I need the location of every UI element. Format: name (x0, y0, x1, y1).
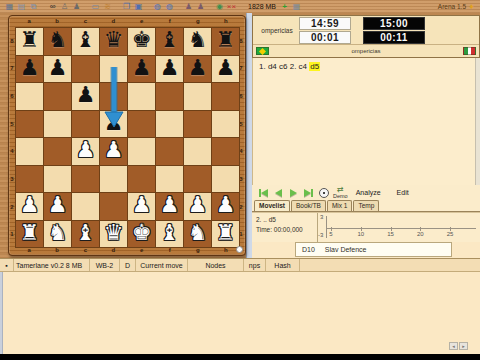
black-rook[interactable]: ♜ (20, 29, 40, 51)
black-pawn[interactable]: ♟ (188, 57, 208, 79)
black-pawn[interactable]: ♟ (76, 84, 96, 106)
square-a3[interactable] (16, 166, 43, 193)
square-e6[interactable] (128, 83, 155, 110)
square-g3[interactable] (184, 166, 211, 193)
white-queen[interactable]: ♛ (104, 222, 124, 244)
grid-icon[interactable]: ▦ (291, 1, 302, 12)
nps-column: nps (244, 259, 266, 271)
opening-eco: D10 (302, 246, 315, 253)
black-clock: 15:00 00:11 (363, 17, 425, 44)
person2-icon[interactable]: ♟ (195, 1, 206, 12)
engine-scrollbar: ◂ ▸ (449, 342, 468, 350)
square-a7[interactable]: ♟ (16, 56, 43, 83)
status-box: 2. .. d5 Time: 00:00,000 (252, 213, 318, 242)
board-squares: ♜♞♝♛♚♝♞♜♟♟♟♟♟♟♟♟♟♟♟♟♟♟♟♟♜♞♝♛♚♝♞♜ (15, 27, 240, 248)
white-pawn[interactable]: ♟ (20, 194, 40, 216)
square-f6[interactable] (156, 83, 183, 110)
clock-icon[interactable] (319, 188, 329, 198)
hash-column: Hash (266, 259, 300, 271)
white-pawn[interactable]: ♟ (104, 139, 124, 161)
goto-end-button[interactable] (301, 187, 315, 199)
back-button[interactable] (271, 187, 285, 199)
tab-book-tb[interactable]: Book/TB (291, 200, 326, 211)
white-rook[interactable]: ♜ (20, 222, 40, 244)
square-g8[interactable]: ♞ (184, 28, 211, 55)
square-e3[interactable] (128, 166, 155, 193)
brazil-flag-icon (256, 47, 269, 55)
square-b6[interactable] (44, 83, 71, 110)
square-a6[interactable] (16, 83, 43, 110)
square-h6[interactable] (212, 83, 239, 110)
white-knight[interactable]: ♞ (188, 222, 208, 244)
square-g5[interactable] (184, 111, 211, 138)
white-caption: ompericias (272, 48, 460, 54)
chess-board: abcdefgh abcdefgh 87654321 87654321 ♜♞♝♛… (8, 15, 246, 256)
opening-name: Slav Defence (325, 246, 367, 253)
square-d5[interactable]: ♟ (100, 111, 127, 138)
square-e7[interactable]: ♟ (128, 56, 155, 83)
white-rook[interactable]: ♜ (216, 222, 236, 244)
white-piece-icon[interactable]: ♙ (59, 1, 70, 12)
square-d2[interactable] (100, 193, 127, 220)
coord-label: c (71, 17, 99, 26)
scroll-right-icon[interactable]: ▸ (459, 342, 468, 350)
goto-start-button[interactable] (256, 187, 270, 199)
square-f7[interactable]: ♟ (156, 56, 183, 83)
coords-top: abcdefgh (15, 17, 240, 26)
white-clock-secondary: 00:01 (299, 31, 351, 44)
toolbar: ▦▤⧉∞♙♟▭≋❐▣◍◍♟♟◉×× 1828 MB + ▦ Arena 1.5 … (0, 0, 480, 13)
engine-name-column: Tamerlane v0.2 8 MB (14, 259, 90, 271)
square-b7[interactable]: ♟ (44, 56, 71, 83)
square-c7[interactable] (72, 56, 99, 83)
white-clock-main: 14:59 (299, 17, 351, 30)
red-mark-icon[interactable]: ×× (226, 1, 237, 12)
white-pawn[interactable]: ♟ (160, 194, 180, 216)
levels-icon[interactable]: ≋ (102, 1, 113, 12)
black-bishop[interactable]: ♝ (76, 29, 96, 51)
coord-label: h (212, 17, 240, 26)
coord-label: d (99, 17, 127, 26)
tabs-row: Movelist Book/TB Mix 1 Temp (252, 200, 480, 212)
demo-button[interactable]: ⇄ Demo (333, 186, 348, 200)
right-panel: ompericias 14:59 00:01 15:00 00:11 Tamer… (252, 15, 480, 258)
monitor-icon[interactable]: ▭ (90, 1, 101, 12)
white-king[interactable]: ♚ (132, 222, 152, 244)
square-e1[interactable]: ♚ (128, 221, 155, 248)
white-knight[interactable]: ♞ (48, 222, 68, 244)
square-h8[interactable]: ♜ (212, 28, 239, 55)
nodes-column: Nodes (188, 259, 244, 271)
white-to-move-indicator (236, 246, 243, 253)
status-move: 2. .. d5 (256, 215, 317, 225)
black-pawn[interactable]: ♟ (20, 57, 40, 79)
black-pawn[interactable]: ♟ (160, 57, 180, 79)
current-move-column: Current move (136, 259, 188, 271)
square-g1[interactable]: ♞ (184, 221, 211, 248)
coord-label: e (128, 17, 156, 26)
black-king[interactable]: ♚ (132, 29, 152, 51)
square-d3[interactable] (100, 166, 127, 193)
coord-label: f (156, 17, 184, 26)
square-g4[interactable] (184, 138, 211, 165)
black-bishop[interactable]: ♝ (160, 29, 180, 51)
square-c6[interactable]: ♟ (72, 83, 99, 110)
green-plus-icon[interactable]: + (279, 1, 290, 12)
eval-graph: 3 -3 510152025 (318, 213, 480, 242)
square-f5[interactable] (156, 111, 183, 138)
black-piece-icon[interactable]: ♟ (71, 1, 82, 12)
square-h1[interactable]: ♜ (212, 221, 239, 248)
square-g6[interactable] (184, 83, 211, 110)
black-clock-secondary: 00:11 (363, 31, 425, 44)
square-a2[interactable]: ♟ (16, 193, 43, 220)
square-h4[interactable] (212, 138, 239, 165)
image-icon[interactable]: ▣ (133, 1, 144, 12)
opening-box: D10 Slav Defence (295, 242, 452, 257)
square-f2[interactable]: ♟ (156, 193, 183, 220)
square-f1[interactable]: ♝ (156, 221, 183, 248)
square-f8[interactable]: ♝ (156, 28, 183, 55)
forward-button[interactable] (286, 187, 300, 199)
scroll-left-icon[interactable]: ◂ (449, 342, 458, 350)
graph-tick-label: 10 (357, 231, 364, 237)
square-b1[interactable]: ♞ (44, 221, 71, 248)
square-h2[interactable]: ♟ (212, 193, 239, 220)
square-c4[interactable]: ♟ (72, 138, 99, 165)
square-d7[interactable] (100, 56, 127, 83)
navigation-row: ⇄ Demo Analyze Edit (252, 185, 480, 200)
square-b4[interactable] (44, 138, 71, 165)
graph-tick-label: 15 (387, 231, 394, 237)
black-knight[interactable]: ♞ (48, 29, 68, 51)
italy-flag-icon (463, 47, 476, 55)
square-e4[interactable] (128, 138, 155, 165)
square-e2[interactable]: ♟ (128, 193, 155, 220)
edit-button[interactable]: Edit (397, 189, 409, 196)
graph-tick-label: 20 (417, 231, 424, 237)
person-icon[interactable]: ♟ (183, 1, 194, 12)
depth-column: D (120, 259, 136, 271)
white-player-name: ompericias (255, 27, 299, 34)
square-g2[interactable]: ♟ (184, 193, 211, 220)
tab-movelist[interactable]: Movelist (254, 200, 290, 211)
square-d4[interactable]: ♟ (100, 138, 127, 165)
white-bishop[interactable]: ♝ (160, 222, 180, 244)
graph-tick-label: 25 (447, 231, 454, 237)
status-graph-row: 2. .. d5 Time: 00:00,000 3 -3 510152025 (252, 212, 480, 242)
graph-ymin: -3 (318, 232, 323, 238)
square-f4[interactable] (156, 138, 183, 165)
square-h5[interactable] (212, 111, 239, 138)
square-h7[interactable]: ♟ (212, 56, 239, 83)
black-pawn[interactable]: ♟ (48, 57, 68, 79)
black-rook[interactable]: ♜ (216, 29, 236, 51)
board-icon[interactable]: ▦ (4, 1, 15, 12)
square-d1[interactable]: ♛ (100, 221, 127, 248)
square-c2[interactable] (72, 193, 99, 220)
square-f3[interactable] (156, 166, 183, 193)
bottom-letterbox (0, 354, 480, 360)
tab-temp[interactable]: Temp (353, 200, 379, 211)
window-icon[interactable]: ❐ (121, 1, 132, 12)
engine-output-panel: ◂ ▸ (0, 272, 480, 354)
graph-ymax: 3 (320, 214, 323, 220)
square-e5[interactable] (128, 111, 155, 138)
copy-icon[interactable]: ⧉ (28, 1, 39, 12)
square-c3[interactable] (72, 166, 99, 193)
white-clock: 14:59 00:01 (299, 17, 351, 44)
square-c8[interactable]: ♝ (72, 28, 99, 55)
round-icon[interactable]: ◉ (214, 1, 225, 12)
engine-header: ▪ Tamerlane v0.2 8 MB WB-2 D Current mov… (0, 258, 480, 272)
square-c5[interactable] (72, 111, 99, 138)
white-pawn[interactable]: ♟ (132, 194, 152, 216)
app-version-label: Arena 1.5 (438, 3, 466, 10)
clock-panel: ompericias 14:59 00:01 15:00 00:11 Tamer… (252, 15, 480, 58)
square-a5[interactable] (16, 111, 43, 138)
movelist-panel[interactable]: 1. d4 c6 2. c4 d5 (252, 58, 480, 185)
white-bishop[interactable]: ♝ (76, 222, 96, 244)
square-b2[interactable]: ♟ (44, 193, 71, 220)
graph-tick-label: 5 (329, 231, 332, 237)
square-e8[interactable]: ♚ (128, 28, 155, 55)
tab-mix1[interactable]: Mix 1 (327, 200, 353, 211)
globe-icon[interactable]: ◍ (152, 1, 163, 12)
square-g7[interactable]: ♟ (184, 56, 211, 83)
opening-row: D10 Slav Defence (252, 242, 480, 258)
protocol-column: WB-2 (90, 259, 120, 271)
square-c1[interactable]: ♝ (72, 221, 99, 248)
analyze-button[interactable]: Analyze (356, 189, 381, 196)
black-pawn[interactable]: ♟ (216, 57, 236, 79)
coord-label: b (43, 17, 71, 26)
square-b3[interactable] (44, 166, 71, 193)
movelist-scrollbar[interactable] (475, 58, 480, 185)
spectacles-icon[interactable]: ∞ (47, 1, 58, 12)
square-d8[interactable]: ♛ (100, 28, 127, 55)
square-d6[interactable] (100, 83, 127, 110)
square-a1[interactable]: ♜ (16, 221, 43, 248)
status-time: Time: 00:00,000 (256, 225, 317, 235)
folder-icon[interactable]: ▤ (16, 1, 27, 12)
movelist-moves[interactable]: 1. d4 c6 2. c4 (259, 62, 309, 71)
black-clock-main: 15:00 (363, 17, 425, 30)
black-pawn[interactable]: ♟ (104, 112, 124, 134)
square-a8[interactable]: ♜ (16, 28, 43, 55)
white-pawn[interactable]: ♟ (188, 194, 208, 216)
memory-indicator: 1828 MB (248, 3, 276, 10)
square-b5[interactable] (44, 111, 71, 138)
square-a4[interactable] (16, 138, 43, 165)
white-pawn[interactable]: ♟ (48, 194, 68, 216)
black-pawn[interactable]: ♟ (132, 57, 152, 79)
white-pawn[interactable]: ♟ (76, 139, 96, 161)
torch-icon: ♦ (468, 1, 475, 12)
square-b8[interactable]: ♞ (44, 28, 71, 55)
white-pawn[interactable]: ♟ (216, 194, 236, 216)
coord-label: g (184, 17, 212, 26)
current-move[interactable]: d5 (309, 62, 320, 71)
black-knight[interactable]: ♞ (188, 29, 208, 51)
black-queen[interactable]: ♛ (104, 29, 124, 51)
toolbar-icon-groups: ▦▤⧉∞♙♟▭≋❐▣◍◍♟♟◉×× (4, 1, 245, 12)
square-h3[interactable] (212, 166, 239, 193)
arena-window: ▦▤⧉∞♙♟▭≋❐▣◍◍♟♟◉×× 1828 MB + ▦ Arena 1.5 … (0, 0, 480, 360)
coord-label: a (15, 17, 43, 26)
engine-icon: ▪ (0, 259, 14, 271)
globe2-icon[interactable]: ◍ (164, 1, 175, 12)
